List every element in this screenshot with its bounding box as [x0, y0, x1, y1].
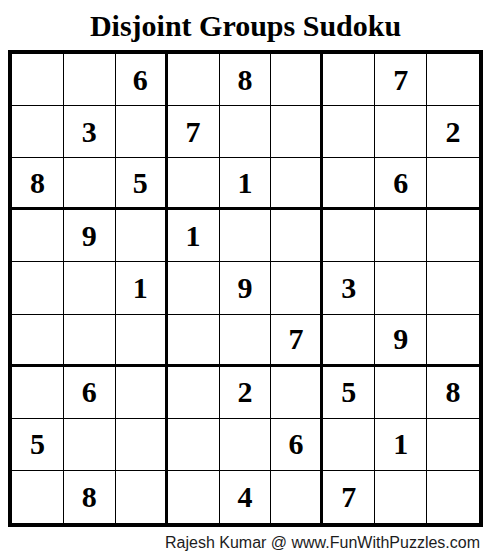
cell-r8c8[interactable]: 1: [375, 419, 427, 471]
cell-r9c5[interactable]: 4: [220, 471, 272, 523]
cell-r5c5[interactable]: 9: [220, 262, 272, 314]
cell-r5c2[interactable]: [64, 262, 116, 314]
cell-r2c9[interactable]: 2: [427, 106, 479, 158]
cell-r9c9[interactable]: [427, 471, 479, 523]
cell-r9c2[interactable]: 8: [64, 471, 116, 523]
cell-r6c3[interactable]: [116, 315, 168, 367]
cell-r7c7[interactable]: 5: [323, 367, 375, 419]
cell-r3c2[interactable]: [64, 158, 116, 210]
cell-r2c6[interactable]: [271, 106, 323, 158]
cell-r1c6[interactable]: [271, 54, 323, 106]
cell-r6c7[interactable]: [323, 315, 375, 367]
cell-r1c2[interactable]: [64, 54, 116, 106]
cell-r6c9[interactable]: [427, 315, 479, 367]
cell-r3c7[interactable]: [323, 158, 375, 210]
cell-r3c9[interactable]: [427, 158, 479, 210]
sudoku-board: 687372851691193796258561847: [8, 50, 483, 527]
cell-r1c9[interactable]: [427, 54, 479, 106]
cell-r7c6[interactable]: [271, 367, 323, 419]
cell-r2c4[interactable]: 7: [168, 106, 220, 158]
cell-r2c2[interactable]: 3: [64, 106, 116, 158]
cell-r3c6[interactable]: [271, 158, 323, 210]
cell-r3c3[interactable]: 5: [116, 158, 168, 210]
cell-r6c6[interactable]: 7: [271, 315, 323, 367]
cell-r5c1[interactable]: [12, 262, 64, 314]
cell-r8c5[interactable]: [220, 419, 272, 471]
cell-r8c3[interactable]: [116, 419, 168, 471]
cell-r1c5[interactable]: 8: [220, 54, 272, 106]
cell-r8c6[interactable]: 6: [271, 419, 323, 471]
cell-r3c5[interactable]: 1: [220, 158, 272, 210]
cell-r7c8[interactable]: [375, 367, 427, 419]
cell-r4c3[interactable]: [116, 210, 168, 262]
cell-r2c7[interactable]: [323, 106, 375, 158]
cell-r5c7[interactable]: 3: [323, 262, 375, 314]
cell-r6c4[interactable]: [168, 315, 220, 367]
puzzle-title: Disjoint Groups Sudoku: [0, 0, 491, 49]
cell-r3c4[interactable]: [168, 158, 220, 210]
credit-text: Rajesh Kumar @ www.FunWithPuzzles.com: [0, 534, 491, 552]
cell-r9c8[interactable]: [375, 471, 427, 523]
cell-r4c1[interactable]: [12, 210, 64, 262]
cell-r7c9[interactable]: 8: [427, 367, 479, 419]
cell-r9c6[interactable]: [271, 471, 323, 523]
cell-r4c4[interactable]: 1: [168, 210, 220, 262]
cell-r8c4[interactable]: [168, 419, 220, 471]
cell-r5c9[interactable]: [427, 262, 479, 314]
cell-r8c2[interactable]: [64, 419, 116, 471]
cell-r1c4[interactable]: [168, 54, 220, 106]
cell-r4c7[interactable]: [323, 210, 375, 262]
cell-r5c4[interactable]: [168, 262, 220, 314]
cell-r4c9[interactable]: [427, 210, 479, 262]
cell-r7c3[interactable]: [116, 367, 168, 419]
cell-r4c5[interactable]: [220, 210, 272, 262]
cell-r5c8[interactable]: [375, 262, 427, 314]
cell-r7c5[interactable]: 2: [220, 367, 272, 419]
cell-r1c7[interactable]: [323, 54, 375, 106]
cell-r2c1[interactable]: [12, 106, 64, 158]
cell-r1c1[interactable]: [12, 54, 64, 106]
cell-r9c3[interactable]: [116, 471, 168, 523]
cell-r1c3[interactable]: 6: [116, 54, 168, 106]
cell-r7c2[interactable]: 6: [64, 367, 116, 419]
cell-r9c1[interactable]: [12, 471, 64, 523]
cell-r3c8[interactable]: 6: [375, 158, 427, 210]
puzzle-page: Disjoint Groups Sudoku 68737285169119379…: [0, 0, 491, 559]
cell-r9c4[interactable]: [168, 471, 220, 523]
cell-r1c8[interactable]: 7: [375, 54, 427, 106]
cell-r3c1[interactable]: 8: [12, 158, 64, 210]
cell-r6c1[interactable]: [12, 315, 64, 367]
cell-r6c8[interactable]: 9: [375, 315, 427, 367]
cell-r8c9[interactable]: [427, 419, 479, 471]
cell-r2c8[interactable]: [375, 106, 427, 158]
cell-r8c1[interactable]: 5: [12, 419, 64, 471]
cell-r5c6[interactable]: [271, 262, 323, 314]
cell-r4c2[interactable]: 9: [64, 210, 116, 262]
cell-r9c7[interactable]: 7: [323, 471, 375, 523]
cell-r7c4[interactable]: [168, 367, 220, 419]
cell-r4c6[interactable]: [271, 210, 323, 262]
cell-r7c1[interactable]: [12, 367, 64, 419]
cell-r5c3[interactable]: 1: [116, 262, 168, 314]
cell-r8c7[interactable]: [323, 419, 375, 471]
cell-r4c8[interactable]: [375, 210, 427, 262]
cell-r2c3[interactable]: [116, 106, 168, 158]
cell-r2c5[interactable]: [220, 106, 272, 158]
cell-r6c2[interactable]: [64, 315, 116, 367]
cell-r6c5[interactable]: [220, 315, 272, 367]
